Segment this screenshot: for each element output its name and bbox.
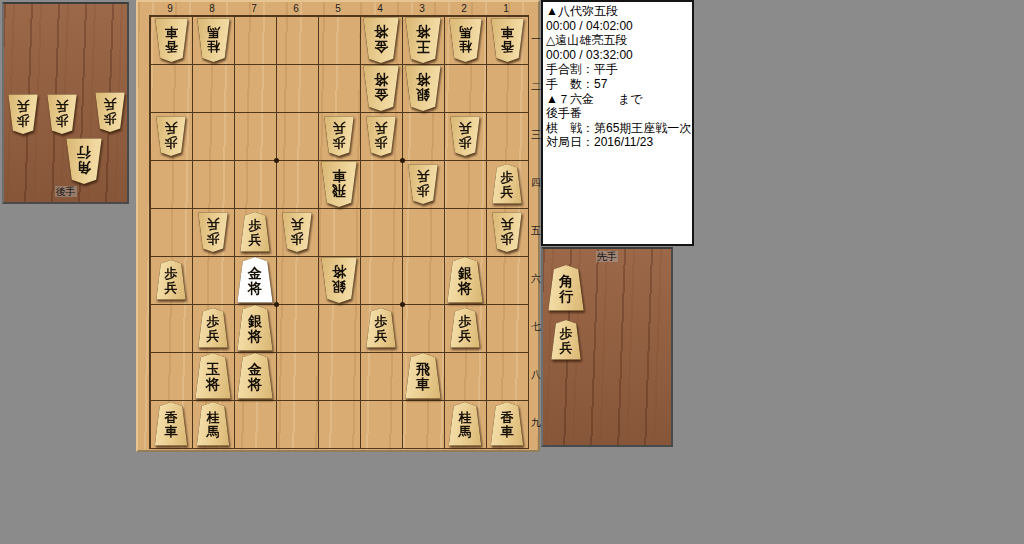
- square-57[interactable]: [318, 304, 360, 352]
- piece-kanji: 歩兵: [375, 313, 388, 342]
- piece-kanji: 歩兵: [207, 217, 220, 246]
- piece-face: 王将: [405, 17, 441, 63]
- piece-gote-歩兵[interactable]: 歩兵: [95, 92, 125, 132]
- square-19[interactable]: 香車: [486, 400, 528, 448]
- square-56[interactable]: 銀将: [318, 256, 360, 304]
- piece-gote-銀将[interactable]: 銀将: [405, 65, 441, 111]
- square-89[interactable]: 桂馬: [192, 400, 234, 448]
- piece-face: 香車: [491, 402, 524, 446]
- square-26[interactable]: 銀将: [444, 256, 486, 304]
- piece-gote-歩兵[interactable]: 歩兵: [47, 94, 77, 134]
- piece-kanji: 金将: [374, 24, 388, 55]
- square-23[interactable]: 歩兵: [444, 112, 486, 160]
- piece-kanji: 銀将: [458, 264, 472, 295]
- piece-face: 銀将: [447, 257, 483, 303]
- piece-kanji: 桂馬: [207, 409, 220, 438]
- piece-kanji: 桂馬: [459, 25, 472, 54]
- square-98[interactable]: [150, 352, 192, 400]
- square-35[interactable]: [402, 208, 444, 256]
- piece-sente-歩兵[interactable]: 歩兵: [492, 164, 522, 204]
- square-73[interactable]: [234, 112, 276, 160]
- piece-face: 歩兵: [156, 260, 186, 300]
- piece-kanji: 金将: [374, 72, 388, 103]
- piece-face: 歩兵: [366, 308, 396, 348]
- square-29[interactable]: 桂馬: [444, 400, 486, 448]
- square-81[interactable]: 桂馬: [192, 16, 234, 64]
- hoshi-dot: [274, 158, 279, 163]
- piece-kanji: 角行: [559, 272, 573, 303]
- piece-kanji: 銀将: [332, 264, 346, 295]
- square-12[interactable]: [486, 64, 528, 112]
- square-52[interactable]: [318, 64, 360, 112]
- piece-kanji: 金将: [248, 360, 262, 391]
- square-97[interactable]: [150, 304, 192, 352]
- piece-face: 香車: [155, 402, 188, 446]
- gote-clock: 00:00 / 03:32:00: [546, 48, 692, 63]
- square-64[interactable]: [276, 160, 318, 208]
- piece-face: 飛車: [321, 161, 357, 207]
- piece-kanji: 王将: [416, 24, 430, 55]
- handicap-line: 手合割：平手: [546, 62, 692, 77]
- piece-sente-金将[interactable]: 金将: [237, 353, 273, 399]
- piece-face: 角行: [548, 265, 584, 311]
- piece-kanji: 香車: [501, 409, 514, 438]
- piece-face: 金将: [363, 65, 399, 111]
- piece-face: 香車: [155, 18, 188, 62]
- piece-kanji: 角行: [77, 145, 91, 176]
- piece-kanji: 歩兵: [249, 217, 262, 246]
- piece-sente-桂馬[interactable]: 桂馬: [197, 402, 230, 446]
- piece-face: 歩兵: [366, 116, 396, 156]
- date-line: 対局日：2016/11/23: [546, 135, 692, 150]
- square-17[interactable]: [486, 304, 528, 352]
- square-99[interactable]: 香車: [150, 400, 192, 448]
- square-68[interactable]: [276, 352, 318, 400]
- piece-face: 金将: [237, 353, 273, 399]
- piece-gote-銀将[interactable]: 銀将: [321, 257, 357, 303]
- piece-kanji: 飛車: [332, 168, 346, 199]
- square-46[interactable]: [360, 256, 402, 304]
- square-72[interactable]: [234, 64, 276, 112]
- piece-face: 歩兵: [8, 94, 38, 134]
- square-25[interactable]: [444, 208, 486, 256]
- square-58[interactable]: [318, 352, 360, 400]
- piece-face: 桂馬: [197, 402, 230, 446]
- square-83[interactable]: [192, 112, 234, 160]
- gote-captured-tray[interactable]: 歩兵歩兵歩兵角行 後手: [2, 2, 129, 204]
- piece-face: 銀将: [237, 305, 273, 351]
- piece-gote-香車[interactable]: 香車: [155, 18, 188, 62]
- piece-sente-金将[interactable]: 金将: [237, 257, 273, 303]
- file-label: 8: [191, 3, 233, 14]
- piece-sente-歩兵[interactable]: 歩兵: [551, 320, 581, 360]
- square-32[interactable]: 銀将: [402, 64, 444, 112]
- piece-kanji: 歩兵: [560, 325, 573, 354]
- piece-gote-歩兵[interactable]: 歩兵: [366, 116, 396, 156]
- square-62[interactable]: [276, 64, 318, 112]
- piece-face: 歩兵: [95, 92, 125, 132]
- square-47[interactable]: 歩兵: [360, 304, 402, 352]
- square-93[interactable]: 歩兵: [150, 112, 192, 160]
- square-86[interactable]: [192, 256, 234, 304]
- piece-gote-飛車[interactable]: 飛車: [321, 161, 357, 207]
- piece-gote-歩兵[interactable]: 歩兵: [282, 212, 312, 252]
- square-34[interactable]: 歩兵: [402, 160, 444, 208]
- piece-face: 銀将: [321, 257, 357, 303]
- piece-kanji: 歩兵: [207, 313, 220, 342]
- piece-sente-銀将[interactable]: 銀将: [447, 257, 483, 303]
- square-55[interactable]: [318, 208, 360, 256]
- piece-sente-桂馬[interactable]: 桂馬: [449, 402, 482, 446]
- square-41[interactable]: 金将: [360, 16, 402, 64]
- piece-kanji: 飛車: [416, 360, 430, 391]
- square-16[interactable]: [486, 256, 528, 304]
- square-66[interactable]: [276, 256, 318, 304]
- piece-gote-歩兵[interactable]: 歩兵: [8, 94, 38, 134]
- piece-gote-歩兵[interactable]: 歩兵: [198, 212, 228, 252]
- piece-face: 歩兵: [282, 212, 312, 252]
- square-63[interactable]: [276, 112, 318, 160]
- piece-gote-桂馬[interactable]: 桂馬: [197, 18, 230, 62]
- square-31[interactable]: 王将: [402, 16, 444, 64]
- square-45[interactable]: [360, 208, 402, 256]
- square-79[interactable]: [234, 400, 276, 448]
- shogi-board: 香車桂馬金将王将桂馬香車金将銀将歩兵歩兵歩兵歩兵飛車歩兵歩兵歩兵歩兵歩兵歩兵歩兵…: [149, 15, 529, 449]
- piece-face: 香車: [491, 18, 524, 62]
- tournament-line: 棋 戦：第65期王座戦一次: [546, 121, 692, 136]
- board-panel: 987654321 香車桂馬金将王将桂馬香車金将銀将歩兵歩兵歩兵歩兵飛車歩兵歩兵…: [136, 0, 540, 452]
- piece-face: 歩兵: [198, 212, 228, 252]
- piece-face: 歩兵: [450, 116, 480, 156]
- square-61[interactable]: [276, 16, 318, 64]
- piece-kanji: 香車: [165, 25, 178, 54]
- piece-face: 桂馬: [197, 18, 230, 62]
- piece-kanji: 金将: [248, 264, 262, 295]
- piece-kanji: 歩兵: [333, 121, 346, 150]
- piece-face: 銀将: [405, 65, 441, 111]
- piece-kanji: 歩兵: [459, 313, 472, 342]
- sente-clock: 00:00 / 04:02:00: [546, 19, 692, 34]
- square-59[interactable]: [318, 400, 360, 448]
- piece-gote-角行[interactable]: 角行: [66, 138, 102, 184]
- piece-kanji: 歩兵: [17, 99, 30, 128]
- piece-kanji: 歩兵: [375, 121, 388, 150]
- piece-kanji: 歩兵: [165, 121, 178, 150]
- piece-gote-桂馬[interactable]: 桂馬: [449, 18, 482, 62]
- square-51[interactable]: [318, 16, 360, 64]
- square-65[interactable]: 歩兵: [276, 208, 318, 256]
- square-48[interactable]: [360, 352, 402, 400]
- piece-kanji: 玉将: [206, 360, 220, 391]
- square-28[interactable]: [444, 352, 486, 400]
- piece-gote-金将[interactable]: 金将: [363, 65, 399, 111]
- square-84[interactable]: [192, 160, 234, 208]
- square-44[interactable]: [360, 160, 402, 208]
- file-label: 3: [401, 3, 443, 14]
- square-49[interactable]: [360, 400, 402, 448]
- piece-kanji: 歩兵: [104, 97, 117, 126]
- piece-kanji: 桂馬: [459, 409, 472, 438]
- piece-sente-歩兵[interactable]: 歩兵: [366, 308, 396, 348]
- square-91[interactable]: 香車: [150, 16, 192, 64]
- square-88[interactable]: 玉将: [192, 352, 234, 400]
- square-11[interactable]: 香車: [486, 16, 528, 64]
- piece-face: 飛車: [405, 353, 441, 399]
- file-label: 2: [443, 3, 485, 14]
- piece-face: 金将: [363, 17, 399, 63]
- piece-kanji: 桂馬: [207, 25, 220, 54]
- piece-face: 金将: [237, 257, 273, 303]
- piece-sente-銀将[interactable]: 銀将: [237, 305, 273, 351]
- square-94[interactable]: [150, 160, 192, 208]
- side-to-move-line: 後手番: [546, 106, 692, 121]
- sente-player-name: ▲八代弥五段: [546, 4, 692, 19]
- piece-kanji: 歩兵: [165, 265, 178, 294]
- piece-sente-角行[interactable]: 角行: [548, 265, 584, 311]
- piece-gote-歩兵[interactable]: 歩兵: [408, 164, 438, 204]
- square-76[interactable]: 金将: [234, 256, 276, 304]
- square-43[interactable]: 歩兵: [360, 112, 402, 160]
- square-39[interactable]: [402, 400, 444, 448]
- square-33[interactable]: [402, 112, 444, 160]
- piece-gote-歩兵[interactable]: 歩兵: [492, 212, 522, 252]
- piece-gote-歩兵[interactable]: 歩兵: [324, 116, 354, 156]
- piece-kanji: 香車: [165, 409, 178, 438]
- square-14[interactable]: 歩兵: [486, 160, 528, 208]
- piece-face: 歩兵: [156, 116, 186, 156]
- piece-face: 歩兵: [324, 116, 354, 156]
- square-85[interactable]: 歩兵: [192, 208, 234, 256]
- square-37[interactable]: [402, 304, 444, 352]
- piece-sente-玉将[interactable]: 玉将: [195, 353, 231, 399]
- square-53[interactable]: 歩兵: [318, 112, 360, 160]
- square-38[interactable]: 飛車: [402, 352, 444, 400]
- square-13[interactable]: [486, 112, 528, 160]
- piece-sente-歩兵[interactable]: 歩兵: [198, 308, 228, 348]
- square-24[interactable]: [444, 160, 486, 208]
- hoshi-dot: [400, 158, 405, 163]
- square-15[interactable]: 歩兵: [486, 208, 528, 256]
- square-78[interactable]: 金将: [234, 352, 276, 400]
- piece-kanji: 銀将: [416, 72, 430, 103]
- piece-sente-香車[interactable]: 香車: [155, 402, 188, 446]
- piece-gote-歩兵[interactable]: 歩兵: [156, 116, 186, 156]
- sente-tray-label: 先手: [596, 251, 618, 262]
- piece-kanji: 歩兵: [291, 217, 304, 246]
- piece-gote-歩兵[interactable]: 歩兵: [450, 116, 480, 156]
- file-label: 9: [149, 3, 191, 14]
- square-96[interactable]: 歩兵: [150, 256, 192, 304]
- file-label: 7: [233, 3, 275, 14]
- piece-face: 歩兵: [240, 212, 270, 252]
- piece-face: 歩兵: [551, 320, 581, 360]
- hoshi-dot: [274, 302, 279, 307]
- move-count-line: 手 数：57: [546, 77, 692, 92]
- piece-gote-香車[interactable]: 香車: [491, 18, 524, 62]
- square-21[interactable]: 桂馬: [444, 16, 486, 64]
- square-75[interactable]: 歩兵: [234, 208, 276, 256]
- piece-gote-王将[interactable]: 王将: [405, 17, 441, 63]
- file-label: 5: [317, 3, 359, 14]
- square-36[interactable]: [402, 256, 444, 304]
- square-71[interactable]: [234, 16, 276, 64]
- file-labels: 987654321: [149, 3, 527, 14]
- gote-tray-label: 後手: [55, 186, 77, 197]
- square-22[interactable]: [444, 64, 486, 112]
- piece-face: 歩兵: [492, 164, 522, 204]
- piece-sente-歩兵[interactable]: 歩兵: [240, 212, 270, 252]
- piece-kanji: 歩兵: [417, 169, 430, 198]
- piece-sente-飛車[interactable]: 飛車: [405, 353, 441, 399]
- piece-face: 桂馬: [449, 18, 482, 62]
- piece-kanji: 歩兵: [501, 217, 514, 246]
- square-42[interactable]: 金将: [360, 64, 402, 112]
- gote-player-name: △遠山雄亮五段: [546, 33, 692, 48]
- file-label: 1: [485, 3, 527, 14]
- file-label: 6: [275, 3, 317, 14]
- piece-sente-歩兵[interactable]: 歩兵: [156, 260, 186, 300]
- piece-face: 角行: [66, 138, 102, 184]
- piece-sente-香車[interactable]: 香車: [491, 402, 524, 446]
- square-82[interactable]: [192, 64, 234, 112]
- hoshi-dot: [400, 302, 405, 307]
- piece-face: 歩兵: [450, 308, 480, 348]
- piece-face: 歩兵: [47, 94, 77, 134]
- square-92[interactable]: [150, 64, 192, 112]
- square-67[interactable]: [276, 304, 318, 352]
- square-18[interactable]: [486, 352, 528, 400]
- piece-sente-歩兵[interactable]: 歩兵: [450, 308, 480, 348]
- last-move-line: ▲７六金 まで: [546, 92, 692, 107]
- square-87[interactable]: 歩兵: [192, 304, 234, 352]
- sente-captured-tray[interactable]: 先手 角行歩兵: [541, 247, 673, 447]
- info-panel: ▲八代弥五段 00:00 / 04:02:00 △遠山雄亮五段 00:00 / …: [541, 0, 694, 246]
- piece-kanji: 歩兵: [56, 99, 69, 128]
- piece-face: 桂馬: [449, 402, 482, 446]
- piece-kanji: 歩兵: [501, 169, 514, 198]
- piece-face: 玉将: [195, 353, 231, 399]
- piece-face: 歩兵: [492, 212, 522, 252]
- piece-kanji: 歩兵: [459, 121, 472, 150]
- square-69[interactable]: [276, 400, 318, 448]
- piece-kanji: 銀将: [248, 312, 262, 343]
- shogi-app: 歩兵歩兵歩兵角行 後手 987654321 香車桂馬金将王将桂馬香車金将銀将歩兵…: [0, 0, 1024, 544]
- piece-face: 歩兵: [408, 164, 438, 204]
- square-74[interactable]: [234, 160, 276, 208]
- square-54[interactable]: 飛車: [318, 160, 360, 208]
- square-95[interactable]: [150, 208, 192, 256]
- square-77[interactable]: 銀将: [234, 304, 276, 352]
- piece-gote-金将[interactable]: 金将: [363, 17, 399, 63]
- square-27[interactable]: 歩兵: [444, 304, 486, 352]
- piece-kanji: 香車: [501, 25, 514, 54]
- file-label: 4: [359, 3, 401, 14]
- piece-face: 歩兵: [198, 308, 228, 348]
